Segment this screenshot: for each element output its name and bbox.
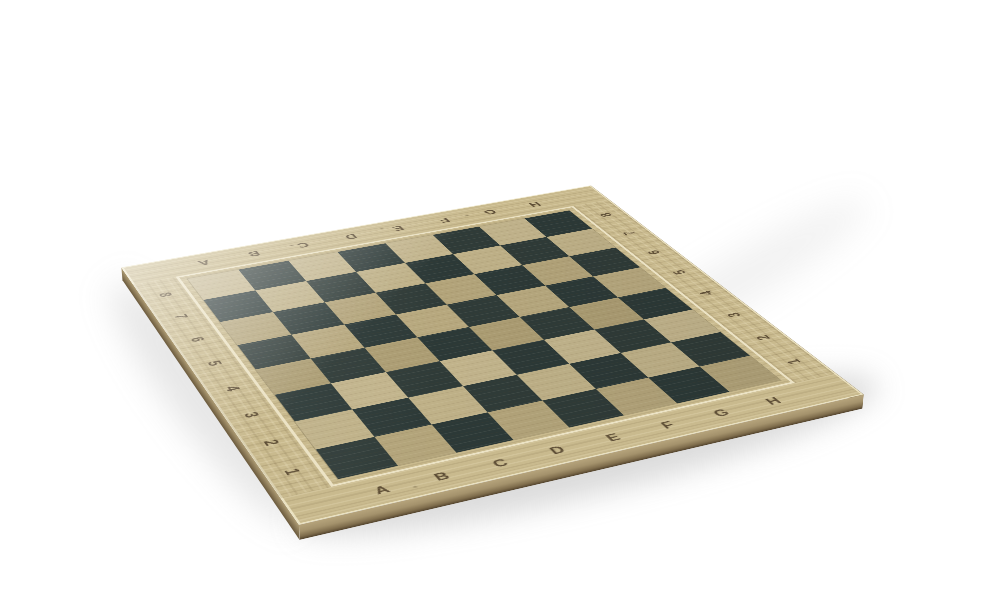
board-3d-scene: AABBCCDDEEFFGGHH1122334455667788 — [0, 0, 1000, 600]
product-photo-canvas: AABBCCDDEEFFGGHH1122334455667788 — [0, 0, 1000, 600]
chessboard: AABBCCDDEEFFGGHH1122334455667788 — [121, 185, 863, 524]
